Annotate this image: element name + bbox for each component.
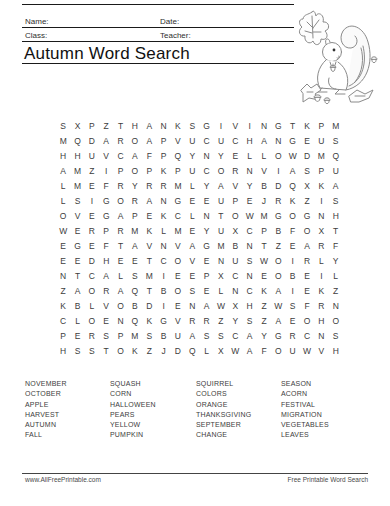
word-item-squash[interactable]: SQUASH <box>110 379 196 389</box>
grid-cell-r8c1[interactable]: W <box>56 223 70 238</box>
grid-cell-r16c8[interactable]: J <box>156 343 170 358</box>
grid-cell-r10c18[interactable]: R <box>300 253 314 268</box>
grid-cell-r10c19[interactable]: L <box>314 253 328 268</box>
grid-cell-r5c1[interactable]: L <box>56 178 70 193</box>
grid-cell-r3c15[interactable]: L <box>257 148 271 163</box>
grid-cell-r11c2[interactable]: T <box>70 268 84 283</box>
grid-cell-r10c10[interactable]: V <box>185 253 199 268</box>
grid-cell-r6c5[interactable]: O <box>113 193 127 208</box>
grid-cell-r16c2[interactable]: S <box>70 343 84 358</box>
grid-cell-r13c6[interactable]: B <box>128 298 142 313</box>
grid-cell-r12c8[interactable]: B <box>156 283 170 298</box>
grid-cell-r7c6[interactable]: P <box>128 208 142 223</box>
word-item-november[interactable]: NOVEMBER <box>25 379 110 389</box>
grid-cell-r7c4[interactable]: G <box>99 208 113 223</box>
grid-cell-r8c19[interactable]: X <box>314 223 328 238</box>
word-item-corn[interactable]: CORN <box>110 389 196 399</box>
grid-cell-r14c15[interactable]: Z <box>257 313 271 328</box>
grid-cell-r1c9[interactable]: K <box>171 118 185 133</box>
grid-cell-r13c12[interactable]: W <box>214 298 228 313</box>
grid-cell-r5c4[interactable]: F <box>99 178 113 193</box>
grid-cell-r3c6[interactable]: A <box>128 148 142 163</box>
grid-cell-r8c8[interactable]: L <box>156 223 170 238</box>
grid-cell-r14c4[interactable]: E <box>99 313 113 328</box>
grid-cell-r2c11[interactable]: C <box>199 133 213 148</box>
grid-cell-r16c18[interactable]: W <box>300 343 314 358</box>
grid-cell-r15c16[interactable]: G <box>271 328 285 343</box>
grid-cell-r7c10[interactable]: L <box>185 208 199 223</box>
grid-cell-r1c4[interactable]: Z <box>99 118 113 133</box>
grid-cell-r12c17[interactable]: I <box>286 283 300 298</box>
grid-cell-r13c15[interactable]: Z <box>257 298 271 313</box>
grid-cell-r9c13[interactable]: B <box>228 238 242 253</box>
grid-cell-r9c9[interactable]: V <box>171 238 185 253</box>
grid-cell-r9c2[interactable]: G <box>70 238 84 253</box>
grid-cell-r4c6[interactable]: O <box>128 163 142 178</box>
grid-cell-r15c15[interactable]: Y <box>257 328 271 343</box>
grid-cell-r8c4[interactable]: P <box>99 223 113 238</box>
grid-cell-r11c6[interactable]: S <box>128 268 142 283</box>
grid-cell-r6c9[interactable]: G <box>171 193 185 208</box>
grid-cell-r10c16[interactable]: O <box>271 253 285 268</box>
grid-cell-r9c4[interactable]: F <box>99 238 113 253</box>
grid-cell-r11c20[interactable]: L <box>329 268 343 283</box>
word-item-september[interactable]: SEPTEMBER <box>196 420 281 430</box>
grid-cell-r11c3[interactable]: C <box>85 268 99 283</box>
grid-cell-r11c17[interactable]: B <box>286 268 300 283</box>
grid-cell-r3c8[interactable]: P <box>156 148 170 163</box>
grid-cell-r13c13[interactable]: X <box>228 298 242 313</box>
grid-cell-r16c4[interactable]: T <box>99 343 113 358</box>
grid-cell-r4c1[interactable]: A <box>56 163 70 178</box>
grid-cell-r7c12[interactable]: T <box>214 208 228 223</box>
grid-cell-r12c14[interactable]: C <box>242 283 256 298</box>
grid-cell-r5c8[interactable]: R <box>156 178 170 193</box>
grid-cell-r16c6[interactable]: K <box>128 343 142 358</box>
grid-cell-r10c8[interactable]: C <box>156 253 170 268</box>
grid-cell-r8c13[interactable]: X <box>228 223 242 238</box>
grid-cell-r3c3[interactable]: U <box>85 148 99 163</box>
grid-cell-r9c14[interactable]: N <box>242 238 256 253</box>
grid-cell-r7c18[interactable]: G <box>300 208 314 223</box>
word-item-orange[interactable]: ORANGE <box>196 400 281 410</box>
grid-cell-r12c19[interactable]: K <box>314 283 328 298</box>
grid-cell-r7c8[interactable]: K <box>156 208 170 223</box>
grid-cell-r2c12[interactable]: U <box>214 133 228 148</box>
grid-cell-r4c3[interactable]: Z <box>85 163 99 178</box>
grid-cell-r11c15[interactable]: E <box>257 268 271 283</box>
grid-cell-r7c13[interactable]: O <box>228 208 242 223</box>
grid-cell-r4c8[interactable]: K <box>156 163 170 178</box>
grid-cell-r5c6[interactable]: Y <box>128 178 142 193</box>
grid-cell-r15c6[interactable]: M <box>128 328 142 343</box>
grid-cell-r9c1[interactable]: E <box>56 238 70 253</box>
grid-cell-r5c5[interactable]: R <box>113 178 127 193</box>
grid-cell-r12c13[interactable]: N <box>228 283 242 298</box>
grid-cell-r13c7[interactable]: D <box>142 298 156 313</box>
grid-cell-r14c5[interactable]: N <box>113 313 127 328</box>
grid-cell-r5c7[interactable]: R <box>142 178 156 193</box>
grid-cell-r5c16[interactable]: D <box>271 178 285 193</box>
grid-cell-r14c18[interactable]: O <box>300 313 314 328</box>
grid-cell-r2c20[interactable]: S <box>329 133 343 148</box>
grid-cell-r12c18[interactable]: E <box>300 283 314 298</box>
grid-cell-r1c18[interactable]: K <box>300 118 314 133</box>
grid-cell-r10c9[interactable]: O <box>171 253 185 268</box>
grid-cell-r13c4[interactable]: V <box>99 298 113 313</box>
grid-cell-r6c10[interactable]: E <box>185 193 199 208</box>
grid-cell-r15c4[interactable]: S <box>99 328 113 343</box>
grid-cell-r9c11[interactable]: G <box>199 238 213 253</box>
grid-cell-r15c20[interactable]: S <box>329 328 343 343</box>
grid-cell-r12c7[interactable]: T <box>142 283 156 298</box>
grid-cell-r14c8[interactable]: G <box>156 313 170 328</box>
word-item-autumn[interactable]: AUTUMN <box>25 420 110 430</box>
grid-cell-r1c15[interactable]: N <box>257 118 271 133</box>
word-item-pumpkin[interactable]: PUMPKIN <box>110 430 196 440</box>
grid-cell-r5c10[interactable]: L <box>185 178 199 193</box>
grid-cell-r11c10[interactable]: E <box>185 268 199 283</box>
grid-cell-r3c12[interactable]: Y <box>214 148 228 163</box>
grid-cell-r2c2[interactable]: Q <box>70 133 84 148</box>
grid-cell-r12c2[interactable]: A <box>70 283 84 298</box>
grid-cell-r10c14[interactable]: S <box>242 253 256 268</box>
grid-cell-r12c9[interactable]: O <box>171 283 185 298</box>
grid-cell-r9c15[interactable]: T <box>257 238 271 253</box>
grid-cell-r1c11[interactable]: G <box>199 118 213 133</box>
grid-cell-r1c17[interactable]: T <box>286 118 300 133</box>
grid-cell-r1c8[interactable]: N <box>156 118 170 133</box>
grid-cell-r13c9[interactable]: E <box>171 298 185 313</box>
grid-cell-r6c8[interactable]: N <box>156 193 170 208</box>
word-item-festival[interactable]: FESTIVAL <box>281 400 370 410</box>
grid-cell-r3c2[interactable]: H <box>70 148 84 163</box>
grid-cell-r5c14[interactable]: Y <box>242 178 256 193</box>
word-item-fall[interactable]: FALL <box>25 430 110 440</box>
grid-cell-r6c2[interactable]: S <box>70 193 84 208</box>
grid-cell-r6c19[interactable]: I <box>314 193 328 208</box>
grid-cell-r4c12[interactable]: O <box>214 163 228 178</box>
grid-cell-r12c5[interactable]: A <box>113 283 127 298</box>
grid-cell-r13c3[interactable]: L <box>85 298 99 313</box>
grid-cell-r11c18[interactable]: E <box>300 268 314 283</box>
grid-cell-r2c8[interactable]: P <box>156 133 170 148</box>
grid-cell-r5c12[interactable]: A <box>214 178 228 193</box>
grid-cell-r1c5[interactable]: T <box>113 118 127 133</box>
grid-cell-r16c7[interactable]: Z <box>142 343 156 358</box>
name-date-field-line[interactable] <box>22 27 294 28</box>
grid-cell-r6c4[interactable]: G <box>99 193 113 208</box>
grid-cell-r13c2[interactable]: B <box>70 298 84 313</box>
grid-cell-r10c13[interactable]: U <box>228 253 242 268</box>
grid-cell-r3c7[interactable]: F <box>142 148 156 163</box>
grid-cell-r8c2[interactable]: E <box>70 223 84 238</box>
grid-cell-r9c8[interactable]: N <box>156 238 170 253</box>
grid-cell-r11c4[interactable]: A <box>99 268 113 283</box>
grid-cell-r11c11[interactable]: P <box>199 268 213 283</box>
grid-cell-r14c9[interactable]: V <box>171 313 185 328</box>
grid-cell-r13c14[interactable]: H <box>242 298 256 313</box>
grid-cell-r5c20[interactable]: A <box>329 178 343 193</box>
grid-cell-r2c16[interactable]: N <box>271 133 285 148</box>
grid-cell-r12c15[interactable]: K <box>257 283 271 298</box>
grid-cell-r7c9[interactable]: C <box>171 208 185 223</box>
grid-cell-r11c9[interactable]: E <box>171 268 185 283</box>
grid-cell-r15c17[interactable]: R <box>286 328 300 343</box>
grid-cell-r16c10[interactable]: Q <box>185 343 199 358</box>
grid-cell-r4c17[interactable]: A <box>286 163 300 178</box>
grid-cell-r7c20[interactable]: H <box>329 208 343 223</box>
grid-cell-r1c20[interactable]: M <box>329 118 343 133</box>
grid-cell-r16c20[interactable]: H <box>329 343 343 358</box>
grid-cell-r10c15[interactable]: W <box>257 253 271 268</box>
grid-cell-r8c12[interactable]: U <box>214 223 228 238</box>
grid-cell-r12c11[interactable]: E <box>199 283 213 298</box>
grid-cell-r8c7[interactable]: K <box>142 223 156 238</box>
grid-cell-r5c15[interactable]: B <box>257 178 271 193</box>
grid-cell-r8c3[interactable]: R <box>85 223 99 238</box>
grid-cell-r3c19[interactable]: M <box>314 148 328 163</box>
grid-cell-r16c16[interactable]: O <box>271 343 285 358</box>
word-item-vegetables[interactable]: VEGETABLES <box>281 420 370 430</box>
grid-cell-r13c5[interactable]: O <box>113 298 127 313</box>
grid-cell-r12c10[interactable]: S <box>185 283 199 298</box>
grid-cell-r15c10[interactable]: A <box>185 328 199 343</box>
grid-cell-r3c11[interactable]: N <box>199 148 213 163</box>
grid-cell-r7c2[interactable]: V <box>70 208 84 223</box>
grid-cell-r9c20[interactable]: F <box>329 238 343 253</box>
grid-cell-r9c19[interactable]: R <box>314 238 328 253</box>
grid-cell-r13c11[interactable]: A <box>199 298 213 313</box>
grid-cell-r16c12[interactable]: X <box>214 343 228 358</box>
word-item-change[interactable]: CHANGE <box>196 430 281 440</box>
grid-cell-r14c17[interactable]: E <box>286 313 300 328</box>
grid-cell-r1c16[interactable]: G <box>271 118 285 133</box>
grid-cell-r8c6[interactable]: M <box>128 223 142 238</box>
grid-cell-r10c3[interactable]: D <box>85 253 99 268</box>
grid-cell-r9c10[interactable]: A <box>185 238 199 253</box>
grid-cell-r10c5[interactable]: E <box>113 253 127 268</box>
grid-cell-r2c17[interactable]: G <box>286 133 300 148</box>
grid-cell-r9c3[interactable]: E <box>85 238 99 253</box>
grid-cell-r7c15[interactable]: M <box>257 208 271 223</box>
grid-cell-r6c7[interactable]: A <box>142 193 156 208</box>
grid-cell-r16c3[interactable]: S <box>85 343 99 358</box>
grid-cell-r3c9[interactable]: Q <box>171 148 185 163</box>
grid-cell-r1c3[interactable]: P <box>85 118 99 133</box>
grid-cell-r14c1[interactable]: C <box>56 313 70 328</box>
grid-cell-r14c16[interactable]: A <box>271 313 285 328</box>
grid-cell-r16c1[interactable]: H <box>56 343 70 358</box>
grid-cell-r16c14[interactable]: A <box>242 343 256 358</box>
grid-cell-r1c19[interactable]: P <box>314 118 328 133</box>
grid-cell-r9c18[interactable]: A <box>300 238 314 253</box>
grid-cell-r13c1[interactable]: K <box>56 298 70 313</box>
grid-cell-r13c20[interactable]: N <box>329 298 343 313</box>
grid-cell-r9c6[interactable]: A <box>128 238 142 253</box>
grid-cell-r11c7[interactable]: M <box>142 268 156 283</box>
grid-cell-r4c15[interactable]: V <box>257 163 271 178</box>
grid-cell-r2c13[interactable]: C <box>228 133 242 148</box>
grid-cell-r6c11[interactable]: E <box>199 193 213 208</box>
grid-cell-r4c4[interactable]: I <box>99 163 113 178</box>
grid-cell-r4c20[interactable]: U <box>329 163 343 178</box>
grid-cell-r2c14[interactable]: H <box>242 133 256 148</box>
grid-cell-r5c17[interactable]: Q <box>286 178 300 193</box>
grid-cell-r5c2[interactable]: M <box>70 178 84 193</box>
grid-cell-r16c5[interactable]: O <box>113 343 127 358</box>
grid-cell-r3c18[interactable]: D <box>300 148 314 163</box>
grid-cell-r15c3[interactable]: R <box>85 328 99 343</box>
word-item-season[interactable]: SEASON <box>281 379 370 389</box>
word-item-migration[interactable]: MIGRATION <box>281 410 370 420</box>
grid-cell-r12c4[interactable]: R <box>99 283 113 298</box>
grid-cell-r6c17[interactable]: K <box>286 193 300 208</box>
grid-cell-r15c14[interactable]: A <box>242 328 256 343</box>
word-item-leaves[interactable]: LEAVES <box>281 430 370 440</box>
grid-cell-r4c14[interactable]: N <box>242 163 256 178</box>
grid-cell-r6c13[interactable]: P <box>228 193 242 208</box>
grid-cell-r15c19[interactable]: N <box>314 328 328 343</box>
grid-cell-r2c18[interactable]: E <box>300 133 314 148</box>
grid-cell-r16c13[interactable]: W <box>228 343 242 358</box>
grid-cell-r4c5[interactable]: P <box>113 163 127 178</box>
grid-cell-r5c3[interactable]: E <box>85 178 99 193</box>
grid-cell-r8c15[interactable]: P <box>257 223 271 238</box>
grid-cell-r10c7[interactable]: T <box>142 253 156 268</box>
grid-cell-r11c12[interactable]: X <box>214 268 228 283</box>
grid-cell-r10c6[interactable]: E <box>128 253 142 268</box>
grid-cell-r12c20[interactable]: Z <box>329 283 343 298</box>
grid-cell-r15c12[interactable]: S <box>214 328 228 343</box>
grid-cell-r15c8[interactable]: B <box>156 328 170 343</box>
class-teacher-field-line[interactable] <box>22 41 294 42</box>
grid-cell-r11c5[interactable]: L <box>113 268 127 283</box>
grid-cell-r14c6[interactable]: Q <box>128 313 142 328</box>
grid-cell-r1c7[interactable]: A <box>142 118 156 133</box>
grid-cell-r16c9[interactable]: D <box>171 343 185 358</box>
grid-cell-r3c5[interactable]: C <box>113 148 127 163</box>
grid-cell-r14c7[interactable]: K <box>142 313 156 328</box>
grid-cell-r3c17[interactable]: W <box>286 148 300 163</box>
grid-cell-r8c10[interactable]: E <box>185 223 199 238</box>
grid-cell-r2c3[interactable]: D <box>85 133 99 148</box>
grid-cell-r13c8[interactable]: I <box>156 298 170 313</box>
grid-cell-r6c16[interactable]: R <box>271 193 285 208</box>
grid-cell-r3c1[interactable]: H <box>56 148 70 163</box>
grid-cell-r1c6[interactable]: H <box>128 118 142 133</box>
grid-cell-r6c1[interactable]: L <box>56 193 70 208</box>
grid-cell-r14c14[interactable]: S <box>242 313 256 328</box>
grid-cell-r9c5[interactable]: T <box>113 238 127 253</box>
grid-cell-r4c16[interactable]: I <box>271 163 285 178</box>
grid-cell-r8c20[interactable]: T <box>329 223 343 238</box>
grid-cell-r14c12[interactable]: Z <box>214 313 228 328</box>
grid-cell-r4c7[interactable]: P <box>142 163 156 178</box>
grid-cell-r8c17[interactable]: F <box>286 223 300 238</box>
grid-cell-r15c1[interactable]: P <box>56 328 70 343</box>
grid-cell-r10c12[interactable]: N <box>214 253 228 268</box>
grid-cell-r2c4[interactable]: A <box>99 133 113 148</box>
word-item-squirrel[interactable]: SQUIRREL <box>196 379 281 389</box>
grid-cell-r4c11[interactable]: C <box>199 163 213 178</box>
grid-cell-r8c16[interactable]: B <box>271 223 285 238</box>
grid-cell-r5c11[interactable]: Y <box>199 178 213 193</box>
grid-cell-r6c14[interactable]: E <box>242 193 256 208</box>
grid-cell-r10c4[interactable]: H <box>99 253 113 268</box>
grid-cell-r5c19[interactable]: K <box>314 178 328 193</box>
grid-cell-r15c5[interactable]: P <box>113 328 127 343</box>
grid-cell-r14c19[interactable]: H <box>314 313 328 328</box>
grid-cell-r13c19[interactable]: R <box>314 298 328 313</box>
grid-cell-r7c7[interactable]: E <box>142 208 156 223</box>
grid-cell-r14c10[interactable]: R <box>185 313 199 328</box>
grid-cell-r11c16[interactable]: O <box>271 268 285 283</box>
word-item-thanksgiving[interactable]: THANKSGIVING <box>196 410 281 420</box>
grid-cell-r9c7[interactable]: V <box>142 238 156 253</box>
grid-cell-r7c17[interactable]: O <box>286 208 300 223</box>
grid-cell-r12c1[interactable]: Z <box>56 283 70 298</box>
grid-cell-r15c18[interactable]: C <box>300 328 314 343</box>
grid-cell-r10c20[interactable]: Y <box>329 253 343 268</box>
grid-cell-r2c6[interactable]: O <box>128 133 142 148</box>
grid-cell-r7c3[interactable]: E <box>85 208 99 223</box>
word-item-harvest[interactable]: HARVEST <box>25 410 110 420</box>
grid-cell-r14c3[interactable]: O <box>85 313 99 328</box>
grid-cell-r4c18[interactable]: S <box>300 163 314 178</box>
grid-cell-r3c16[interactable]: O <box>271 148 285 163</box>
grid-cell-r7c5[interactable]: A <box>113 208 127 223</box>
grid-cell-r1c10[interactable]: S <box>185 118 199 133</box>
grid-cell-r11c13[interactable]: C <box>228 268 242 283</box>
grid-cell-r7c1[interactable]: O <box>56 208 70 223</box>
grid-cell-r6c12[interactable]: U <box>214 193 228 208</box>
grid-cell-r15c9[interactable]: U <box>171 328 185 343</box>
grid-cell-r6c20[interactable]: S <box>329 193 343 208</box>
grid-cell-r2c19[interactable]: U <box>314 133 328 148</box>
grid-cell-r8c5[interactable]: R <box>113 223 127 238</box>
grid-cell-r4c13[interactable]: R <box>228 163 242 178</box>
grid-cell-r2c10[interactable]: U <box>185 133 199 148</box>
grid-cell-r16c11[interactable]: L <box>199 343 213 358</box>
grid-cell-r9c12[interactable]: M <box>214 238 228 253</box>
word-item-apple[interactable]: APPLE <box>25 400 110 410</box>
grid-cell-r4c9[interactable]: P <box>171 163 185 178</box>
grid-cell-r12c3[interactable]: O <box>85 283 99 298</box>
grid-cell-r8c14[interactable]: C <box>242 223 256 238</box>
word-item-acorn[interactable]: ACORN <box>281 389 370 399</box>
grid-cell-r11c1[interactable]: N <box>56 268 70 283</box>
grid-cell-r2c1[interactable]: M <box>56 133 70 148</box>
grid-cell-r1c14[interactable]: I <box>242 118 256 133</box>
grid-cell-r12c6[interactable]: Q <box>128 283 142 298</box>
word-item-october[interactable]: OCTOBER <box>25 389 110 399</box>
grid-cell-r2c9[interactable]: V <box>171 133 185 148</box>
grid-cell-r6c6[interactable]: R <box>128 193 142 208</box>
grid-cell-r16c17[interactable]: U <box>286 343 300 358</box>
grid-cell-r1c2[interactable]: X <box>70 118 84 133</box>
grid-cell-r7c16[interactable]: G <box>271 208 285 223</box>
grid-cell-r15c7[interactable]: S <box>142 328 156 343</box>
grid-cell-r2c5[interactable]: R <box>113 133 127 148</box>
grid-cell-r13c17[interactable]: S <box>286 298 300 313</box>
grid-cell-r7c19[interactable]: N <box>314 208 328 223</box>
grid-cell-r1c1[interactable]: S <box>56 118 70 133</box>
word-item-yellow[interactable]: YELLOW <box>110 420 196 430</box>
grid-cell-r3c20[interactable]: Q <box>329 148 343 163</box>
grid-cell-r1c13[interactable]: V <box>228 118 242 133</box>
grid-cell-r14c2[interactable]: L <box>70 313 84 328</box>
